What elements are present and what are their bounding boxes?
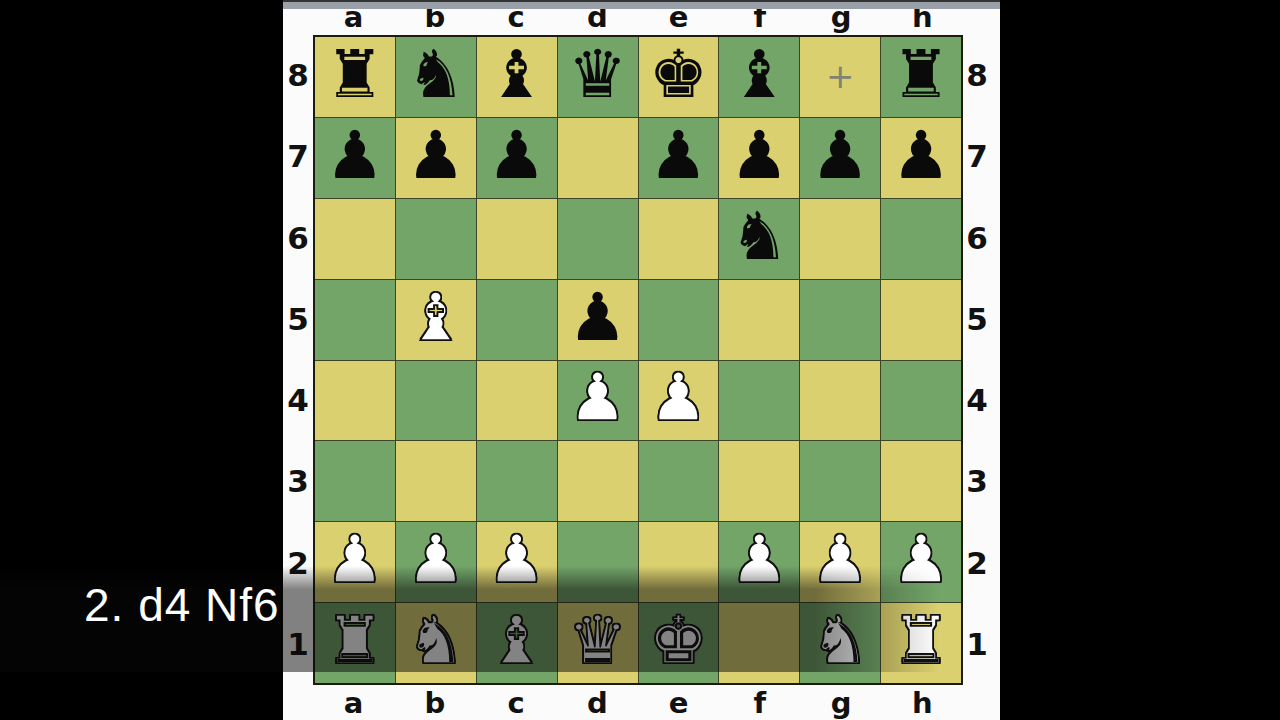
square-f4[interactable] bbox=[719, 361, 799, 441]
black-bishop: ♝ bbox=[487, 42, 546, 108]
black-pawn: ♟ bbox=[891, 123, 950, 189]
file-label-a: a bbox=[313, 687, 394, 719]
square-d8[interactable]: ♛ bbox=[558, 37, 638, 117]
square-b7[interactable]: ♟ bbox=[396, 118, 476, 198]
square-g8[interactable]: + bbox=[800, 37, 880, 117]
rank-label-6: 6 bbox=[285, 198, 311, 279]
black-pawn: ♟ bbox=[811, 123, 870, 189]
square-h5[interactable] bbox=[881, 280, 961, 360]
square-h3[interactable] bbox=[881, 441, 961, 521]
square-g4[interactable] bbox=[800, 361, 880, 441]
black-pawn: ♟ bbox=[325, 123, 384, 189]
rank-labels-right: 87654321 bbox=[964, 35, 990, 685]
file-label-c: c bbox=[476, 687, 557, 719]
black-knight: ♞ bbox=[406, 42, 465, 108]
square-g7[interactable]: ♟ bbox=[800, 118, 880, 198]
file-label-h: h bbox=[882, 687, 963, 719]
black-queen: ♛ bbox=[568, 42, 627, 108]
square-a6[interactable] bbox=[315, 199, 395, 279]
square-h8[interactable]: ♜ bbox=[881, 37, 961, 117]
move-caption: 2. d4 Nf6 bbox=[84, 578, 280, 632]
square-a4[interactable] bbox=[315, 361, 395, 441]
rank-label-8: 8 bbox=[285, 35, 311, 116]
rank-label-1: 1 bbox=[285, 604, 311, 685]
square-a5[interactable] bbox=[315, 280, 395, 360]
black-pawn: ♟ bbox=[730, 123, 789, 189]
rank-label-3: 3 bbox=[964, 441, 990, 522]
square-c6[interactable] bbox=[477, 199, 557, 279]
rank-label-3: 3 bbox=[285, 441, 311, 522]
file-label-f: f bbox=[719, 687, 800, 719]
white-pawn: ♟ bbox=[811, 527, 870, 593]
square-g3[interactable] bbox=[800, 441, 880, 521]
white-pawn: ♟ bbox=[568, 365, 627, 431]
square-d4[interactable]: ♟ bbox=[558, 361, 638, 441]
white-knight: ♞ bbox=[406, 608, 465, 674]
black-rook: ♜ bbox=[325, 42, 384, 108]
black-bishop: ♝ bbox=[730, 42, 789, 108]
rank-label-2: 2 bbox=[285, 523, 311, 604]
square-f1[interactable] bbox=[719, 603, 799, 683]
file-label-d: d bbox=[557, 687, 638, 719]
file-label-g: g bbox=[801, 687, 882, 719]
square-b8[interactable]: ♞ bbox=[396, 37, 476, 117]
square-e6[interactable] bbox=[639, 199, 719, 279]
black-pawn: ♟ bbox=[568, 285, 627, 351]
white-queen: ♛ bbox=[568, 608, 627, 674]
last-move-from-marker: + bbox=[826, 59, 855, 93]
square-e2[interactable] bbox=[639, 522, 719, 602]
square-a3[interactable] bbox=[315, 441, 395, 521]
square-h6[interactable] bbox=[881, 199, 961, 279]
square-e5[interactable] bbox=[639, 280, 719, 360]
square-c4[interactable] bbox=[477, 361, 557, 441]
file-labels-bottom: abcdefgh bbox=[313, 687, 963, 719]
white-pawn: ♟ bbox=[649, 365, 708, 431]
square-h1[interactable]: ♜ bbox=[881, 603, 961, 683]
square-f6[interactable]: ♞ bbox=[719, 199, 799, 279]
square-b4[interactable] bbox=[396, 361, 476, 441]
white-pawn: ♟ bbox=[406, 527, 465, 593]
file-label-e: e bbox=[638, 687, 719, 719]
square-e8[interactable]: ♚ bbox=[639, 37, 719, 117]
square-h7[interactable]: ♟ bbox=[881, 118, 961, 198]
square-e7[interactable]: ♟ bbox=[639, 118, 719, 198]
black-pawn: ♟ bbox=[649, 123, 708, 189]
square-c7[interactable]: ♟ bbox=[477, 118, 557, 198]
square-e3[interactable] bbox=[639, 441, 719, 521]
square-f7[interactable]: ♟ bbox=[719, 118, 799, 198]
square-c3[interactable] bbox=[477, 441, 557, 521]
square-g2[interactable]: ♟ bbox=[800, 522, 880, 602]
rank-label-5: 5 bbox=[964, 279, 990, 360]
square-d5[interactable]: ♟ bbox=[558, 280, 638, 360]
square-g6[interactable] bbox=[800, 199, 880, 279]
square-g5[interactable] bbox=[800, 280, 880, 360]
square-c8[interactable]: ♝ bbox=[477, 37, 557, 117]
square-c5[interactable] bbox=[477, 280, 557, 360]
white-king: ♚ bbox=[649, 608, 708, 674]
black-pawn: ♟ bbox=[406, 123, 465, 189]
rank-label-4: 4 bbox=[964, 360, 990, 441]
rank-label-2: 2 bbox=[964, 523, 990, 604]
square-h4[interactable] bbox=[881, 361, 961, 441]
black-pawn: ♟ bbox=[487, 123, 546, 189]
square-b2[interactable]: ♟ bbox=[396, 522, 476, 602]
white-bishop: ♝ bbox=[406, 285, 465, 351]
chess-board: ♜♞♝♛♚♝+♜♟♟♟♟♟♟♟♞♝♟♟♟♟♟♟♟♟♟♜♞♝♛♚♞♜ bbox=[313, 35, 963, 685]
video-frame: abcdefgh abcdefgh 87654321 87654321 ♜♞♝♛… bbox=[0, 0, 1280, 720]
black-king: ♚ bbox=[649, 42, 708, 108]
square-a2[interactable]: ♟ bbox=[315, 522, 395, 602]
square-b6[interactable] bbox=[396, 199, 476, 279]
square-d3[interactable] bbox=[558, 441, 638, 521]
white-knight: ♞ bbox=[811, 608, 870, 674]
square-d1[interactable]: ♛ bbox=[558, 603, 638, 683]
rank-labels-left: 87654321 bbox=[285, 35, 311, 685]
black-rook: ♜ bbox=[891, 42, 950, 108]
square-c1[interactable]: ♝ bbox=[477, 603, 557, 683]
square-f2[interactable]: ♟ bbox=[719, 522, 799, 602]
square-e4[interactable]: ♟ bbox=[639, 361, 719, 441]
window-top-bar bbox=[283, 0, 1000, 9]
square-e1[interactable]: ♚ bbox=[639, 603, 719, 683]
square-d6[interactable] bbox=[558, 199, 638, 279]
white-pawn: ♟ bbox=[325, 527, 384, 593]
white-rook: ♜ bbox=[325, 608, 384, 674]
rank-label-8: 8 bbox=[964, 35, 990, 116]
square-c2[interactable]: ♟ bbox=[477, 522, 557, 602]
black-knight: ♞ bbox=[730, 204, 789, 270]
white-bishop: ♝ bbox=[487, 608, 546, 674]
square-a1[interactable]: ♜ bbox=[315, 603, 395, 683]
white-rook: ♜ bbox=[891, 608, 950, 674]
square-b5[interactable]: ♝ bbox=[396, 280, 476, 360]
rank-label-7: 7 bbox=[964, 116, 990, 197]
square-f8[interactable]: ♝ bbox=[719, 37, 799, 117]
square-b1[interactable]: ♞ bbox=[396, 603, 476, 683]
square-f3[interactable] bbox=[719, 441, 799, 521]
square-b3[interactable] bbox=[396, 441, 476, 521]
rank-label-6: 6 bbox=[964, 198, 990, 279]
file-label-b: b bbox=[394, 687, 475, 719]
square-h2[interactable]: ♟ bbox=[881, 522, 961, 602]
rank-label-7: 7 bbox=[285, 116, 311, 197]
square-f5[interactable] bbox=[719, 280, 799, 360]
square-d7[interactable] bbox=[558, 118, 638, 198]
rank-label-4: 4 bbox=[285, 360, 311, 441]
square-a8[interactable]: ♜ bbox=[315, 37, 395, 117]
square-g1[interactable]: ♞ bbox=[800, 603, 880, 683]
rank-label-5: 5 bbox=[285, 279, 311, 360]
white-pawn: ♟ bbox=[891, 527, 950, 593]
white-pawn: ♟ bbox=[487, 527, 546, 593]
white-pawn: ♟ bbox=[730, 527, 789, 593]
square-a7[interactable]: ♟ bbox=[315, 118, 395, 198]
square-d2[interactable] bbox=[558, 522, 638, 602]
rank-label-1: 1 bbox=[964, 604, 990, 685]
